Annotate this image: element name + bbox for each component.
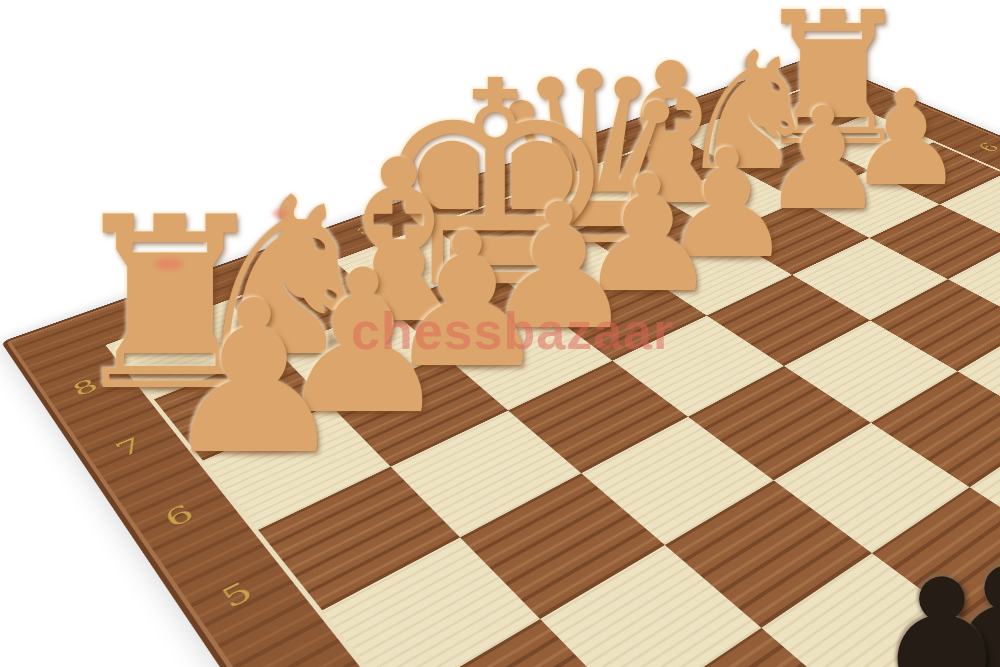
chessboard: abcdefgh abcdefgh 87654321 87654321 <box>1 57 1000 667</box>
chessboard-product-photo: abcdefgh abcdefgh 87654321 87654321 ♜♞♟♝… <box>0 0 1000 667</box>
red-accent-knight-mane <box>272 209 288 218</box>
red-accent-rook-crown <box>155 258 183 270</box>
watermark-text: chessbazaar <box>351 301 674 361</box>
chessboard-3d-scene: abcdefgh abcdefgh 87654321 87654321 <box>1 57 1000 667</box>
